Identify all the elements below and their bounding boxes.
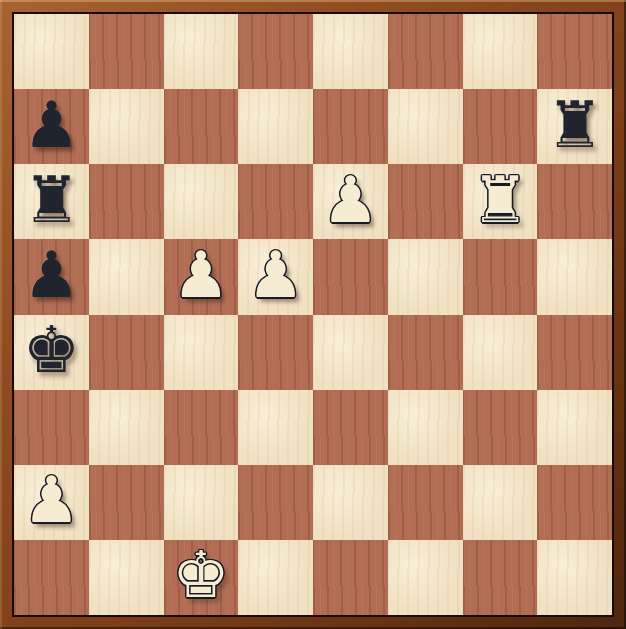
square-a1[interactable] — [14, 540, 89, 615]
square-e1[interactable] — [313, 540, 388, 615]
square-e2[interactable] — [313, 465, 388, 540]
square-b5[interactable] — [89, 239, 164, 314]
square-f7[interactable] — [388, 89, 463, 164]
square-b7[interactable] — [89, 89, 164, 164]
square-g5[interactable] — [463, 239, 538, 314]
square-b1[interactable] — [89, 540, 164, 615]
square-a4[interactable]: ♚ — [14, 315, 89, 390]
square-c8[interactable] — [164, 14, 239, 89]
square-c7[interactable] — [164, 89, 239, 164]
square-e4[interactable] — [313, 315, 388, 390]
square-h4[interactable] — [537, 315, 612, 390]
square-a7[interactable]: ♟ — [14, 89, 89, 164]
square-g6[interactable]: ♜ — [463, 164, 538, 239]
square-b3[interactable] — [89, 390, 164, 465]
square-b8[interactable] — [89, 14, 164, 89]
square-h8[interactable] — [537, 14, 612, 89]
square-g1[interactable] — [463, 540, 538, 615]
square-d4[interactable] — [238, 315, 313, 390]
square-g4[interactable] — [463, 315, 538, 390]
square-f3[interactable] — [388, 390, 463, 465]
piece-black-pawn-a5[interactable]: ♟ — [23, 243, 80, 307]
square-h1[interactable] — [537, 540, 612, 615]
piece-black-pawn-a7[interactable]: ♟ — [23, 93, 80, 157]
square-f5[interactable] — [388, 239, 463, 314]
square-c6[interactable] — [164, 164, 239, 239]
square-f4[interactable] — [388, 315, 463, 390]
square-f2[interactable] — [388, 465, 463, 540]
square-d3[interactable] — [238, 390, 313, 465]
piece-white-king-c1[interactable]: ♚ — [172, 543, 229, 607]
square-c5[interactable]: ♟ — [164, 239, 239, 314]
square-c4[interactable] — [164, 315, 239, 390]
square-d5[interactable]: ♟ — [238, 239, 313, 314]
square-g2[interactable] — [463, 465, 538, 540]
square-g3[interactable] — [463, 390, 538, 465]
square-d8[interactable] — [238, 14, 313, 89]
square-h7[interactable]: ♜ — [537, 89, 612, 164]
square-d2[interactable] — [238, 465, 313, 540]
chess-app-window: ♟♜♜♟♜♟♟♟♚♟♚ — [0, 0, 626, 629]
square-b2[interactable] — [89, 465, 164, 540]
square-b6[interactable] — [89, 164, 164, 239]
square-d1[interactable] — [238, 540, 313, 615]
square-e7[interactable] — [313, 89, 388, 164]
square-e8[interactable] — [313, 14, 388, 89]
square-a5[interactable]: ♟ — [14, 239, 89, 314]
square-g8[interactable] — [463, 14, 538, 89]
square-h3[interactable] — [537, 390, 612, 465]
chess-board: ♟♜♜♟♜♟♟♟♚♟♚ — [12, 12, 614, 617]
square-h6[interactable] — [537, 164, 612, 239]
square-f1[interactable] — [388, 540, 463, 615]
square-h2[interactable] — [537, 465, 612, 540]
piece-black-rook-h7[interactable]: ♜ — [546, 93, 603, 157]
square-a8[interactable] — [14, 14, 89, 89]
square-a2[interactable]: ♟ — [14, 465, 89, 540]
square-c1[interactable]: ♚ — [164, 540, 239, 615]
square-e3[interactable] — [313, 390, 388, 465]
piece-white-pawn-c5[interactable]: ♟ — [172, 243, 229, 307]
square-f6[interactable] — [388, 164, 463, 239]
square-a3[interactable] — [14, 390, 89, 465]
square-e5[interactable] — [313, 239, 388, 314]
piece-black-king-a4[interactable]: ♚ — [23, 318, 80, 382]
square-c2[interactable] — [164, 465, 239, 540]
piece-black-rook-a6[interactable]: ♜ — [23, 168, 80, 232]
piece-white-pawn-a2[interactable]: ♟ — [23, 468, 80, 532]
board-frame: ♟♜♜♟♜♟♟♟♚♟♚ — [0, 0, 626, 629]
square-b4[interactable] — [89, 315, 164, 390]
piece-white-rook-g6[interactable]: ♜ — [471, 168, 528, 232]
square-c3[interactable] — [164, 390, 239, 465]
square-f8[interactable] — [388, 14, 463, 89]
square-d7[interactable] — [238, 89, 313, 164]
square-a6[interactable]: ♜ — [14, 164, 89, 239]
square-h5[interactable] — [537, 239, 612, 314]
piece-white-pawn-d5[interactable]: ♟ — [247, 243, 304, 307]
square-e6[interactable]: ♟ — [313, 164, 388, 239]
piece-white-pawn-e6[interactable]: ♟ — [322, 168, 379, 232]
square-d6[interactable] — [238, 164, 313, 239]
square-g7[interactable] — [463, 89, 538, 164]
